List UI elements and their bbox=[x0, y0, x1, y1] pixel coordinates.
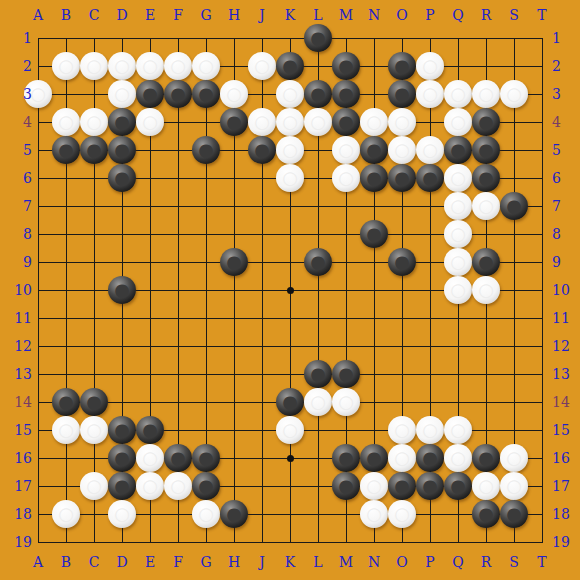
intersection-F9[interactable] bbox=[164, 248, 192, 276]
intersection-S12[interactable] bbox=[500, 332, 528, 360]
intersection-G2[interactable]: ○ bbox=[192, 52, 220, 80]
intersection-B13[interactable] bbox=[52, 360, 80, 388]
intersection-Q18[interactable] bbox=[444, 500, 472, 528]
intersection-N12[interactable] bbox=[360, 332, 388, 360]
intersection-P19[interactable] bbox=[416, 528, 444, 556]
intersection-L8[interactable] bbox=[304, 220, 332, 248]
intersection-N3[interactable] bbox=[360, 80, 388, 108]
intersection-P18[interactable] bbox=[416, 500, 444, 528]
intersection-R9[interactable]: ● bbox=[472, 248, 500, 276]
intersection-O19[interactable] bbox=[388, 528, 416, 556]
intersection-O14[interactable] bbox=[388, 388, 416, 416]
intersection-Q9[interactable]: ○ bbox=[444, 248, 472, 276]
intersection-B10[interactable] bbox=[52, 276, 80, 304]
intersection-N5[interactable]: ● bbox=[360, 136, 388, 164]
intersection-S15[interactable] bbox=[500, 416, 528, 444]
intersection-Q8[interactable]: ○ bbox=[444, 220, 472, 248]
intersection-R7[interactable]: ○ bbox=[472, 192, 500, 220]
intersection-H17[interactable] bbox=[220, 472, 248, 500]
intersection-F8[interactable] bbox=[164, 220, 192, 248]
intersection-P1[interactable] bbox=[416, 24, 444, 52]
intersection-B16[interactable] bbox=[52, 444, 80, 472]
intersection-C2[interactable]: ○ bbox=[80, 52, 108, 80]
intersection-S19[interactable] bbox=[500, 528, 528, 556]
intersection-H13[interactable] bbox=[220, 360, 248, 388]
intersection-J8[interactable] bbox=[248, 220, 276, 248]
intersection-D19[interactable] bbox=[108, 528, 136, 556]
intersection-H7[interactable] bbox=[220, 192, 248, 220]
intersection-N13[interactable] bbox=[360, 360, 388, 388]
intersection-E2[interactable]: ○ bbox=[136, 52, 164, 80]
intersection-N11[interactable] bbox=[360, 304, 388, 332]
intersection-R6[interactable]: ● bbox=[472, 164, 500, 192]
intersection-Q7[interactable]: ○ bbox=[444, 192, 472, 220]
intersection-M9[interactable] bbox=[332, 248, 360, 276]
intersection-S10[interactable] bbox=[500, 276, 528, 304]
intersection-O4[interactable]: ○ bbox=[388, 108, 416, 136]
intersection-Q19[interactable] bbox=[444, 528, 472, 556]
intersection-M5[interactable]: ○ bbox=[332, 136, 360, 164]
intersection-E15[interactable]: ● bbox=[136, 416, 164, 444]
intersection-E7[interactable] bbox=[136, 192, 164, 220]
intersection-F18[interactable] bbox=[164, 500, 192, 528]
intersection-S17[interactable]: ○ bbox=[500, 472, 528, 500]
intersection-L3[interactable]: ● bbox=[304, 80, 332, 108]
intersection-R10[interactable]: ○ bbox=[472, 276, 500, 304]
intersection-F7[interactable] bbox=[164, 192, 192, 220]
intersection-N19[interactable] bbox=[360, 528, 388, 556]
intersection-G6[interactable] bbox=[192, 164, 220, 192]
intersection-P17[interactable]: ● bbox=[416, 472, 444, 500]
intersection-P6[interactable]: ● bbox=[416, 164, 444, 192]
intersection-D5[interactable]: ● bbox=[108, 136, 136, 164]
intersection-O11[interactable] bbox=[388, 304, 416, 332]
intersection-M17[interactable]: ● bbox=[332, 472, 360, 500]
intersection-L6[interactable] bbox=[304, 164, 332, 192]
intersection-L17[interactable] bbox=[304, 472, 332, 500]
intersection-P3[interactable]: ○ bbox=[416, 80, 444, 108]
intersection-E8[interactable] bbox=[136, 220, 164, 248]
intersection-B12[interactable] bbox=[52, 332, 80, 360]
intersection-H18[interactable]: ● bbox=[220, 500, 248, 528]
intersection-Q17[interactable]: ● bbox=[444, 472, 472, 500]
intersection-E3[interactable]: ● bbox=[136, 80, 164, 108]
intersection-J7[interactable] bbox=[248, 192, 276, 220]
intersection-G5[interactable]: ● bbox=[192, 136, 220, 164]
intersection-B19[interactable] bbox=[52, 528, 80, 556]
intersection-F4[interactable] bbox=[164, 108, 192, 136]
intersection-S4[interactable] bbox=[500, 108, 528, 136]
intersection-K10[interactable] bbox=[276, 276, 304, 304]
intersection-C13[interactable] bbox=[80, 360, 108, 388]
intersection-N9[interactable] bbox=[360, 248, 388, 276]
intersection-E17[interactable]: ○ bbox=[136, 472, 164, 500]
intersection-H1[interactable] bbox=[220, 24, 248, 52]
intersection-S13[interactable] bbox=[500, 360, 528, 388]
intersection-H4[interactable]: ● bbox=[220, 108, 248, 136]
intersection-S1[interactable] bbox=[500, 24, 528, 52]
intersection-K7[interactable] bbox=[276, 192, 304, 220]
intersection-E13[interactable] bbox=[136, 360, 164, 388]
intersection-F11[interactable] bbox=[164, 304, 192, 332]
intersection-K3[interactable]: ○ bbox=[276, 80, 304, 108]
intersection-J18[interactable] bbox=[248, 500, 276, 528]
intersection-K1[interactable] bbox=[276, 24, 304, 52]
intersection-D18[interactable]: ○ bbox=[108, 500, 136, 528]
intersection-C15[interactable]: ○ bbox=[80, 416, 108, 444]
intersection-C16[interactable] bbox=[80, 444, 108, 472]
intersection-H2[interactable] bbox=[220, 52, 248, 80]
intersection-K4[interactable]: ○ bbox=[276, 108, 304, 136]
intersection-J10[interactable] bbox=[248, 276, 276, 304]
intersection-Q6[interactable]: ○ bbox=[444, 164, 472, 192]
intersection-B15[interactable]: ○ bbox=[52, 416, 80, 444]
intersection-D4[interactable]: ● bbox=[108, 108, 136, 136]
intersection-P9[interactable] bbox=[416, 248, 444, 276]
intersection-D3[interactable]: ○ bbox=[108, 80, 136, 108]
intersection-J11[interactable] bbox=[248, 304, 276, 332]
intersection-G16[interactable]: ● bbox=[192, 444, 220, 472]
intersection-D15[interactable]: ● bbox=[108, 416, 136, 444]
intersection-C3[interactable] bbox=[80, 80, 108, 108]
intersection-Q4[interactable]: ○ bbox=[444, 108, 472, 136]
intersection-L16[interactable] bbox=[304, 444, 332, 472]
intersection-G19[interactable] bbox=[192, 528, 220, 556]
intersection-J16[interactable] bbox=[248, 444, 276, 472]
intersection-P7[interactable] bbox=[416, 192, 444, 220]
intersection-C11[interactable] bbox=[80, 304, 108, 332]
intersection-K16[interactable] bbox=[276, 444, 304, 472]
intersection-B1[interactable] bbox=[52, 24, 80, 52]
intersection-E9[interactable] bbox=[136, 248, 164, 276]
intersection-P16[interactable]: ● bbox=[416, 444, 444, 472]
intersection-F3[interactable]: ● bbox=[164, 80, 192, 108]
intersection-P11[interactable] bbox=[416, 304, 444, 332]
intersection-N14[interactable] bbox=[360, 388, 388, 416]
intersection-R8[interactable] bbox=[472, 220, 500, 248]
intersection-S2[interactable] bbox=[500, 52, 528, 80]
intersection-B3[interactable] bbox=[52, 80, 80, 108]
intersection-F15[interactable] bbox=[164, 416, 192, 444]
intersection-C12[interactable] bbox=[80, 332, 108, 360]
intersection-C4[interactable]: ○ bbox=[80, 108, 108, 136]
intersection-R19[interactable] bbox=[472, 528, 500, 556]
intersection-O17[interactable]: ● bbox=[388, 472, 416, 500]
intersection-G9[interactable] bbox=[192, 248, 220, 276]
intersection-H5[interactable] bbox=[220, 136, 248, 164]
intersection-M7[interactable] bbox=[332, 192, 360, 220]
intersection-L10[interactable] bbox=[304, 276, 332, 304]
intersection-E18[interactable] bbox=[136, 500, 164, 528]
intersection-S3[interactable]: ○ bbox=[500, 80, 528, 108]
intersection-L5[interactable] bbox=[304, 136, 332, 164]
intersection-R16[interactable]: ● bbox=[472, 444, 500, 472]
intersection-M10[interactable] bbox=[332, 276, 360, 304]
intersection-S14[interactable] bbox=[500, 388, 528, 416]
intersection-Q14[interactable] bbox=[444, 388, 472, 416]
go-board[interactable]: ●○○○○○○○●●●○○○●●●○○●●●○○○○○○●○●○○○●○○○●●… bbox=[24, 24, 556, 556]
intersection-C1[interactable] bbox=[80, 24, 108, 52]
intersection-K15[interactable]: ○ bbox=[276, 416, 304, 444]
intersection-F1[interactable] bbox=[164, 24, 192, 52]
intersection-K12[interactable] bbox=[276, 332, 304, 360]
intersection-H11[interactable] bbox=[220, 304, 248, 332]
intersection-Q16[interactable]: ○ bbox=[444, 444, 472, 472]
intersection-E16[interactable]: ○ bbox=[136, 444, 164, 472]
intersection-H12[interactable] bbox=[220, 332, 248, 360]
intersection-R2[interactable] bbox=[472, 52, 500, 80]
intersection-P13[interactable] bbox=[416, 360, 444, 388]
intersection-M18[interactable] bbox=[332, 500, 360, 528]
intersection-K19[interactable] bbox=[276, 528, 304, 556]
intersection-B8[interactable] bbox=[52, 220, 80, 248]
intersection-L12[interactable] bbox=[304, 332, 332, 360]
intersection-G13[interactable] bbox=[192, 360, 220, 388]
intersection-O16[interactable]: ○ bbox=[388, 444, 416, 472]
intersection-O12[interactable] bbox=[388, 332, 416, 360]
intersection-N1[interactable] bbox=[360, 24, 388, 52]
intersection-G3[interactable]: ● bbox=[192, 80, 220, 108]
intersection-B18[interactable]: ○ bbox=[52, 500, 80, 528]
intersection-F5[interactable] bbox=[164, 136, 192, 164]
intersection-G8[interactable] bbox=[192, 220, 220, 248]
intersection-J5[interactable]: ● bbox=[248, 136, 276, 164]
intersection-L13[interactable]: ● bbox=[304, 360, 332, 388]
intersection-D7[interactable] bbox=[108, 192, 136, 220]
intersection-S18[interactable]: ● bbox=[500, 500, 528, 528]
intersection-B5[interactable]: ● bbox=[52, 136, 80, 164]
intersection-Q5[interactable]: ● bbox=[444, 136, 472, 164]
intersection-K14[interactable]: ● bbox=[276, 388, 304, 416]
intersection-O7[interactable] bbox=[388, 192, 416, 220]
intersection-P2[interactable]: ○ bbox=[416, 52, 444, 80]
intersection-G7[interactable] bbox=[192, 192, 220, 220]
intersection-D14[interactable] bbox=[108, 388, 136, 416]
intersection-P5[interactable]: ○ bbox=[416, 136, 444, 164]
intersection-M15[interactable] bbox=[332, 416, 360, 444]
intersection-P15[interactable]: ○ bbox=[416, 416, 444, 444]
intersection-F2[interactable]: ○ bbox=[164, 52, 192, 80]
intersection-H6[interactable] bbox=[220, 164, 248, 192]
intersection-R15[interactable] bbox=[472, 416, 500, 444]
intersection-L4[interactable]: ○ bbox=[304, 108, 332, 136]
intersection-G15[interactable] bbox=[192, 416, 220, 444]
intersection-N7[interactable] bbox=[360, 192, 388, 220]
intersection-L11[interactable] bbox=[304, 304, 332, 332]
intersection-E11[interactable] bbox=[136, 304, 164, 332]
intersection-R13[interactable] bbox=[472, 360, 500, 388]
intersection-F17[interactable]: ○ bbox=[164, 472, 192, 500]
intersection-D8[interactable] bbox=[108, 220, 136, 248]
intersection-F10[interactable] bbox=[164, 276, 192, 304]
intersection-H14[interactable] bbox=[220, 388, 248, 416]
intersection-S16[interactable]: ○ bbox=[500, 444, 528, 472]
intersection-B4[interactable]: ○ bbox=[52, 108, 80, 136]
intersection-L9[interactable]: ● bbox=[304, 248, 332, 276]
intersection-L18[interactable] bbox=[304, 500, 332, 528]
intersection-M16[interactable]: ● bbox=[332, 444, 360, 472]
intersection-K2[interactable]: ● bbox=[276, 52, 304, 80]
intersection-Q2[interactable] bbox=[444, 52, 472, 80]
intersection-L14[interactable]: ○ bbox=[304, 388, 332, 416]
intersection-D16[interactable]: ● bbox=[108, 444, 136, 472]
intersection-R4[interactable]: ● bbox=[472, 108, 500, 136]
intersection-E19[interactable] bbox=[136, 528, 164, 556]
intersection-H16[interactable] bbox=[220, 444, 248, 472]
intersection-N10[interactable] bbox=[360, 276, 388, 304]
intersection-N6[interactable]: ● bbox=[360, 164, 388, 192]
intersection-M14[interactable]: ○ bbox=[332, 388, 360, 416]
intersection-J14[interactable] bbox=[248, 388, 276, 416]
intersection-R3[interactable]: ○ bbox=[472, 80, 500, 108]
intersection-O15[interactable]: ○ bbox=[388, 416, 416, 444]
intersection-J6[interactable] bbox=[248, 164, 276, 192]
intersection-Q10[interactable]: ○ bbox=[444, 276, 472, 304]
intersection-S6[interactable] bbox=[500, 164, 528, 192]
intersection-E6[interactable] bbox=[136, 164, 164, 192]
intersection-F14[interactable] bbox=[164, 388, 192, 416]
intersection-F19[interactable] bbox=[164, 528, 192, 556]
intersection-E5[interactable] bbox=[136, 136, 164, 164]
intersection-N16[interactable]: ● bbox=[360, 444, 388, 472]
intersection-J17[interactable] bbox=[248, 472, 276, 500]
intersection-S11[interactable] bbox=[500, 304, 528, 332]
intersection-N2[interactable] bbox=[360, 52, 388, 80]
intersection-R5[interactable]: ● bbox=[472, 136, 500, 164]
intersection-E12[interactable] bbox=[136, 332, 164, 360]
intersection-Q13[interactable] bbox=[444, 360, 472, 388]
intersection-M8[interactable] bbox=[332, 220, 360, 248]
intersection-G10[interactable] bbox=[192, 276, 220, 304]
intersection-C6[interactable] bbox=[80, 164, 108, 192]
intersection-R11[interactable] bbox=[472, 304, 500, 332]
intersection-B6[interactable] bbox=[52, 164, 80, 192]
intersection-J19[interactable] bbox=[248, 528, 276, 556]
intersection-M3[interactable]: ● bbox=[332, 80, 360, 108]
intersection-K11[interactable] bbox=[276, 304, 304, 332]
intersection-B7[interactable] bbox=[52, 192, 80, 220]
intersection-O18[interactable]: ○ bbox=[388, 500, 416, 528]
intersection-B11[interactable] bbox=[52, 304, 80, 332]
intersection-K17[interactable] bbox=[276, 472, 304, 500]
intersection-D2[interactable]: ○ bbox=[108, 52, 136, 80]
intersection-F6[interactable] bbox=[164, 164, 192, 192]
intersection-P12[interactable] bbox=[416, 332, 444, 360]
intersection-J13[interactable] bbox=[248, 360, 276, 388]
intersection-O6[interactable]: ● bbox=[388, 164, 416, 192]
intersection-H10[interactable] bbox=[220, 276, 248, 304]
intersection-O8[interactable] bbox=[388, 220, 416, 248]
intersection-C8[interactable] bbox=[80, 220, 108, 248]
intersection-F13[interactable] bbox=[164, 360, 192, 388]
intersection-M12[interactable] bbox=[332, 332, 360, 360]
intersection-C7[interactable] bbox=[80, 192, 108, 220]
intersection-B9[interactable] bbox=[52, 248, 80, 276]
intersection-M19[interactable] bbox=[332, 528, 360, 556]
intersection-C18[interactable] bbox=[80, 500, 108, 528]
intersection-O5[interactable]: ○ bbox=[388, 136, 416, 164]
intersection-M6[interactable]: ○ bbox=[332, 164, 360, 192]
intersection-R17[interactable]: ○ bbox=[472, 472, 500, 500]
intersection-R14[interactable] bbox=[472, 388, 500, 416]
intersection-C17[interactable]: ○ bbox=[80, 472, 108, 500]
intersection-P8[interactable] bbox=[416, 220, 444, 248]
intersection-L15[interactable] bbox=[304, 416, 332, 444]
intersection-P14[interactable] bbox=[416, 388, 444, 416]
intersection-R1[interactable] bbox=[472, 24, 500, 52]
intersection-R12[interactable] bbox=[472, 332, 500, 360]
intersection-D10[interactable]: ● bbox=[108, 276, 136, 304]
intersection-N4[interactable]: ○ bbox=[360, 108, 388, 136]
intersection-Q1[interactable] bbox=[444, 24, 472, 52]
intersection-R18[interactable]: ● bbox=[472, 500, 500, 528]
intersection-G17[interactable]: ● bbox=[192, 472, 220, 500]
intersection-S7[interactable]: ● bbox=[500, 192, 528, 220]
intersection-D1[interactable] bbox=[108, 24, 136, 52]
intersection-J12[interactable] bbox=[248, 332, 276, 360]
intersection-C19[interactable] bbox=[80, 528, 108, 556]
intersection-B17[interactable] bbox=[52, 472, 80, 500]
intersection-C14[interactable]: ● bbox=[80, 388, 108, 416]
intersection-D11[interactable] bbox=[108, 304, 136, 332]
intersection-D13[interactable] bbox=[108, 360, 136, 388]
intersection-L1[interactable]: ● bbox=[304, 24, 332, 52]
intersection-M11[interactable] bbox=[332, 304, 360, 332]
intersection-J2[interactable]: ○ bbox=[248, 52, 276, 80]
intersection-B14[interactable]: ● bbox=[52, 388, 80, 416]
intersection-H8[interactable] bbox=[220, 220, 248, 248]
intersection-L7[interactable] bbox=[304, 192, 332, 220]
intersection-F12[interactable] bbox=[164, 332, 192, 360]
intersection-N17[interactable]: ○ bbox=[360, 472, 388, 500]
intersection-C5[interactable]: ● bbox=[80, 136, 108, 164]
intersection-E4[interactable]: ○ bbox=[136, 108, 164, 136]
intersection-D9[interactable] bbox=[108, 248, 136, 276]
intersection-M4[interactable]: ● bbox=[332, 108, 360, 136]
intersection-G14[interactable] bbox=[192, 388, 220, 416]
intersection-O9[interactable]: ● bbox=[388, 248, 416, 276]
intersection-Q3[interactable]: ○ bbox=[444, 80, 472, 108]
intersection-G18[interactable]: ○ bbox=[192, 500, 220, 528]
intersection-M13[interactable]: ● bbox=[332, 360, 360, 388]
intersection-G4[interactable] bbox=[192, 108, 220, 136]
intersection-P4[interactable] bbox=[416, 108, 444, 136]
intersection-H19[interactable] bbox=[220, 528, 248, 556]
intersection-O10[interactable] bbox=[388, 276, 416, 304]
intersection-F16[interactable]: ● bbox=[164, 444, 192, 472]
intersection-H15[interactable] bbox=[220, 416, 248, 444]
intersection-K13[interactable] bbox=[276, 360, 304, 388]
intersection-G11[interactable] bbox=[192, 304, 220, 332]
intersection-M1[interactable] bbox=[332, 24, 360, 52]
intersection-S5[interactable] bbox=[500, 136, 528, 164]
intersection-O13[interactable] bbox=[388, 360, 416, 388]
intersection-L19[interactable] bbox=[304, 528, 332, 556]
intersection-P10[interactable] bbox=[416, 276, 444, 304]
intersection-J15[interactable] bbox=[248, 416, 276, 444]
intersection-Q12[interactable] bbox=[444, 332, 472, 360]
intersection-H3[interactable]: ○ bbox=[220, 80, 248, 108]
intersection-C10[interactable] bbox=[80, 276, 108, 304]
intersection-Q15[interactable]: ○ bbox=[444, 416, 472, 444]
intersection-N18[interactable]: ○ bbox=[360, 500, 388, 528]
intersection-M2[interactable]: ● bbox=[332, 52, 360, 80]
intersection-E10[interactable] bbox=[136, 276, 164, 304]
intersection-K9[interactable] bbox=[276, 248, 304, 276]
intersection-G1[interactable] bbox=[192, 24, 220, 52]
intersection-K6[interactable]: ○ bbox=[276, 164, 304, 192]
intersection-D6[interactable]: ● bbox=[108, 164, 136, 192]
